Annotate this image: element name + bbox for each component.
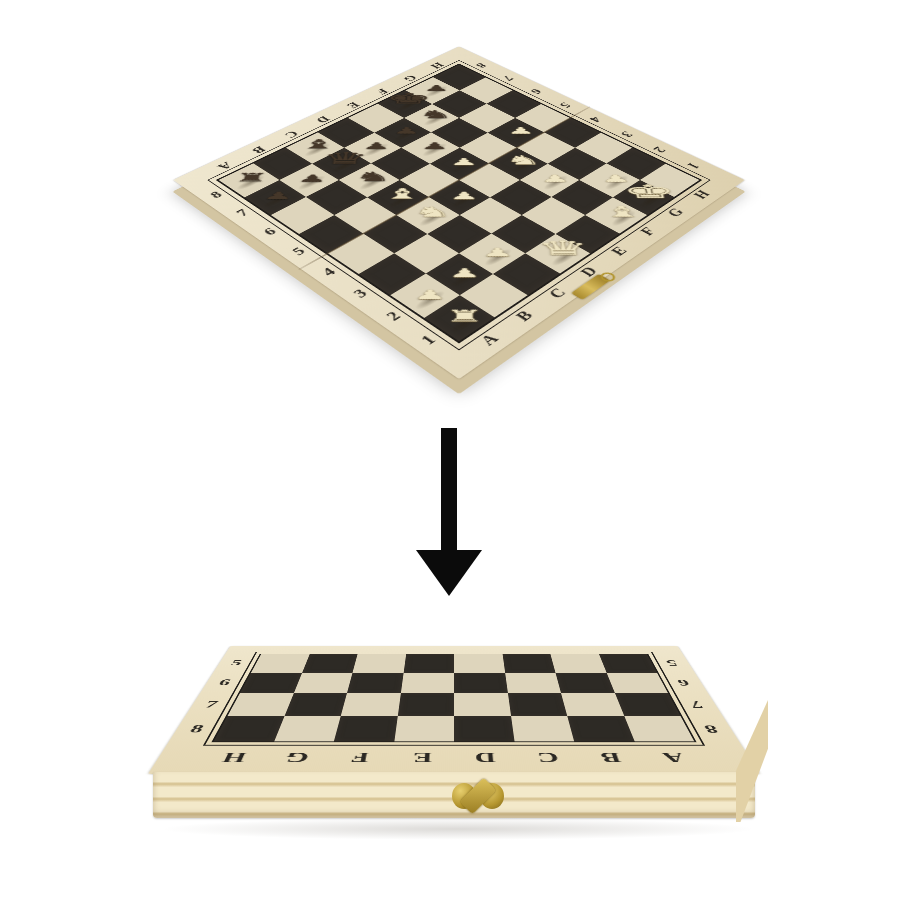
black-pawn-glyph: ♟ [420, 141, 448, 150]
square-a5 [299, 215, 363, 253]
piece-shadow [415, 209, 449, 229]
square-c3 [427, 215, 491, 253]
board-face: ABCDEFGH ABCDEFGH 12345678 12345678 ♜♝♚♟… [173, 47, 744, 379]
box-square-d6 [454, 673, 508, 693]
square-f2 [551, 180, 612, 215]
box-square-d8 [454, 716, 514, 742]
down-arrow-shaft [441, 428, 457, 552]
box-square-f7 [341, 693, 401, 716]
box-square-e6 [400, 673, 454, 693]
box-square-c5 [502, 654, 555, 672]
box-square-a8 [624, 716, 694, 742]
box-square-d7 [454, 693, 511, 716]
box-letter-a: A [637, 745, 712, 771]
square-a2 [390, 274, 459, 318]
square-b5 [334, 197, 397, 234]
box-square-e8 [394, 716, 454, 742]
box-square-b8 [567, 716, 634, 742]
black-pawn-glyph: ♟ [297, 174, 327, 184]
box-letters-front: HGFEDCBA [196, 745, 713, 771]
square-a3 [358, 253, 425, 295]
box-square-a6 [606, 673, 668, 693]
box-square-f6 [347, 673, 403, 693]
down-arrow-head [416, 550, 482, 596]
black-rook-glyph: ♜ [233, 172, 270, 184]
box-checker-half [211, 654, 696, 743]
box-square-h6 [240, 673, 302, 693]
square-d3 [459, 197, 522, 234]
box-letter-b: B [576, 745, 648, 771]
box-square-f8 [334, 716, 398, 742]
square-a6 [271, 197, 334, 234]
box-square-g7 [284, 693, 347, 716]
piece-shadow [448, 191, 481, 210]
box-lid-perspective: 5678 5678 HGFEDCBA [148, 622, 760, 774]
box-letter-f: F [325, 745, 393, 771]
box-letter-g: G [260, 745, 332, 771]
black-knight-glyph: ♞ [418, 109, 453, 120]
black-queen-glyph: ♛ [320, 151, 369, 167]
square-c2 [459, 234, 525, 274]
white-pawn-glyph: ♟ [507, 126, 535, 135]
box-square-c7 [508, 693, 568, 716]
white-king-glyph: ♚ [621, 182, 678, 201]
white-pawn-glyph: ♟ [413, 288, 446, 301]
square-a4 [328, 234, 394, 274]
piece-shadow [260, 191, 295, 210]
box-letter-d: D [454, 745, 519, 771]
box-square-f5 [353, 654, 406, 672]
product-photo-canvas: ABCDEFGH ABCDEFGH 12345678 12345678 ♜♝♚♟… [0, 0, 900, 900]
black-pawn-glyph: ♟ [392, 126, 420, 135]
box-square-h5 [251, 654, 309, 672]
square-e3 [490, 180, 551, 215]
box-shadow [158, 818, 758, 840]
square-b6 [306, 180, 367, 215]
coord-numbers-left: 12345678 [191, 180, 459, 361]
piece-shadow [636, 191, 666, 210]
black-knight-glyph: ♞ [353, 170, 392, 183]
box-square-a7 [615, 693, 681, 716]
black-king-glyph: ♚ [384, 91, 432, 106]
white-pawn-glyph: ♟ [540, 174, 570, 184]
square-e1 [555, 215, 619, 253]
box-square-a5 [599, 654, 657, 672]
box-square-b6 [555, 673, 614, 693]
square-c1 [493, 253, 560, 295]
box-square-e7 [397, 693, 454, 716]
white-bishop-glyph: ♝ [381, 187, 422, 201]
square-d2 [491, 215, 555, 253]
box-letter-e: E [389, 745, 454, 771]
piece-shadow [447, 267, 483, 289]
square-b3 [393, 234, 459, 274]
box-square-g5 [302, 654, 358, 672]
box-number-right-5: 5 [651, 654, 693, 673]
clasp-icon [450, 777, 506, 817]
box-square-h7 [228, 693, 294, 716]
square-b4 [363, 215, 427, 253]
box-square-g6 [293, 673, 352, 693]
open-chessboard: ABCDEFGH ABCDEFGH 12345678 12345678 ♜♝♚♟… [173, 47, 744, 379]
square-a7 [244, 180, 305, 215]
white-rook-glyph: ♜ [444, 308, 484, 324]
white-queen-glyph: ♛ [536, 239, 591, 259]
box-square-h8 [214, 716, 284, 742]
white-pawn-glyph: ♟ [449, 157, 477, 167]
white-pawn-glyph: ♟ [449, 191, 478, 201]
piece-shadow [480, 247, 514, 268]
piece-shadow [411, 289, 448, 312]
piece-shadow [446, 311, 483, 336]
white-pawn-glyph: ♟ [481, 247, 513, 259]
box-square-b7 [561, 693, 624, 716]
piece-shadow [385, 191, 418, 210]
box-square-c6 [505, 673, 561, 693]
white-bishop-glyph: ♝ [600, 204, 644, 219]
box-square-b5 [550, 654, 606, 672]
square-b2 [425, 253, 492, 295]
box-square-g8 [274, 716, 341, 742]
piece-shadow [608, 209, 639, 229]
black-pawn-glyph: ♟ [262, 191, 294, 201]
coord-letters-near: ABCDEFGH [459, 180, 727, 361]
square-b1 [459, 274, 528, 318]
box-letter-c: C [515, 745, 583, 771]
box-square-e5 [403, 654, 454, 672]
box-square-d5 [454, 654, 505, 672]
square-d4 [428, 180, 489, 215]
square-a1 [424, 295, 494, 341]
piece-shadow [547, 247, 581, 268]
square-e2 [522, 197, 585, 234]
white-knight-glyph: ♞ [504, 154, 542, 167]
box-letter-h: H [196, 745, 271, 771]
box-square-c8 [511, 716, 575, 742]
white-knight-glyph: ♞ [412, 205, 452, 219]
closed-chess-box: 5678 5678 HGFEDCBA [148, 622, 760, 862]
box-lid: 5678 5678 HGFEDCBA [148, 646, 760, 774]
square-d1 [525, 234, 591, 274]
white-pawn-glyph: ♟ [448, 267, 480, 279]
